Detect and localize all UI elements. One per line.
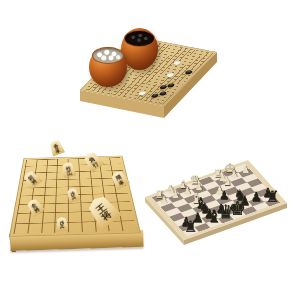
go-stone-white (166, 73, 175, 78)
chess-board (145, 160, 287, 240)
chess-piece-white-Q-d1: ♛ (189, 174, 200, 187)
chess-piece-white-N-f3: ♞ (221, 176, 232, 189)
chess-piece-white-P-d2: ♟ (195, 182, 204, 192)
go-stone-white (138, 91, 147, 96)
chess-piece-black-N-f6: ♞ (234, 188, 247, 203)
shogi-board (9, 156, 141, 237)
chess-piece-black-N-c6: ♞ (198, 201, 211, 216)
shogi-kanji: 兵 (71, 195, 77, 200)
shogi-piece-king: 王将 (84, 191, 123, 231)
shogi-kanji: 銀 (28, 174, 35, 181)
shogi-piece-knight: 桂馬 (60, 161, 76, 179)
board-games-illustration: 香車桂馬角行銀将飛車歩兵金将歩兵王将 ♜♞♝♛♜♚♟♟♟♟♟♟♟♞♝♟♝♟♞♞♟… (0, 0, 300, 300)
chess-piece-black-P-h7: ♟ (262, 187, 273, 200)
shogi-board-side-left (0, 0, 300, 300)
white-stones-in-bowl (93, 48, 123, 63)
shogi-piece-bishop: 角行 (81, 149, 104, 173)
go-board-group (0, 0, 300, 300)
chess-piece-black-R-a8: ♜ (184, 219, 198, 235)
shogi-kanji: 将 (100, 209, 113, 222)
shogi-piece-rook: 飛車 (109, 168, 130, 190)
shogi-kanji: 行 (91, 160, 99, 168)
black-stones-in-bowl (125, 31, 154, 46)
chess-piece-black-B-c5: ♝ (194, 196, 207, 211)
shogi-pieces: 香車桂馬角行銀将飛車歩兵金将歩兵王将 (0, 0, 300, 300)
shogi-board-front (10, 230, 143, 251)
go-stone-black (166, 83, 175, 88)
chess-piece-white-P-f2: ♟ (218, 173, 227, 183)
shogi-kanji: 歩 (70, 191, 76, 196)
chess-board-side-right (0, 0, 300, 300)
chess-piece-black-P-e5: ♟ (219, 191, 229, 203)
chess-piece-black-Q-d8: ♛ (217, 203, 234, 222)
go-board (80, 36, 217, 106)
chess-piece-white-K-g1: ♚ (224, 161, 236, 174)
shogi-piece-pawn: 歩兵 (65, 186, 81, 203)
chess-piece-black-P-f7: ♟ (239, 195, 250, 208)
go-stone-black (158, 91, 167, 96)
shogi-kanji: 香 (53, 143, 59, 149)
shogi-kanji: 将 (31, 178, 38, 185)
shogi-kanji: 桂 (65, 165, 71, 170)
go-stone-black (151, 93, 160, 98)
shogi-board-group: 香車桂馬角行銀将飛車歩兵金将歩兵王将 (0, 0, 300, 300)
chess-piece-white-R-a1: ♜ (155, 189, 164, 200)
shogi-piece-pawn: 歩兵 (56, 217, 69, 232)
shogi-kanji: 飛 (115, 175, 122, 182)
shogi-kanji: 将 (33, 207, 40, 214)
white-stone-bowl (89, 47, 127, 87)
shogi-kanji: 歩 (59, 221, 64, 225)
black-stone-bowl (121, 28, 158, 70)
chess-piece-white-B-c4: ♝ (190, 192, 202, 206)
chess-piece-black-P-a7: ♟ (180, 216, 191, 229)
chess-piece-white-P-b2: ♟ (171, 190, 180, 200)
chess-board-group: ♜♞♝♛♜♚♟♟♟♟♟♟♟♞♝♟♝♟♞♞♟♟♟♟♟♟♟♜♝♛♚♜ (0, 0, 300, 300)
chess-piece-white-P-c2: ♟ (183, 186, 192, 196)
chess-piece-white-B-c1: ♝ (178, 179, 188, 191)
chess-pieces: ♜♞♝♛♜♚♟♟♟♟♟♟♟♞♝♟♝♟♞♞♟♟♟♟♟♟♟♜♝♛♚♜ (0, 0, 300, 300)
go-board-side-left (0, 0, 300, 300)
chess-piece-white-P-e4: ♟ (215, 186, 225, 197)
shogi-kanji: 車 (55, 148, 61, 154)
chess-piece-black-P-c7: ♟ (204, 208, 215, 221)
chess-piece-black-P-d7: ♟ (215, 203, 226, 216)
shogi-piece-gold-general: 金将 (25, 196, 46, 217)
go-grid (84, 38, 213, 104)
shogi-kanji: 馬 (66, 170, 72, 175)
chess-piece-black-K-e8: ♚ (229, 199, 246, 218)
shogi-kanji: 角 (88, 156, 96, 164)
chess-piece-white-P-a2: ♟ (160, 194, 169, 204)
chess-piece-white-N-b1: ♞ (166, 184, 176, 195)
chess-board-side-left (0, 0, 300, 300)
shogi-kanji: 金 (31, 202, 38, 209)
shogi-piece-lance: 香車 (48, 138, 65, 157)
shogi-kanji: 王 (94, 202, 107, 215)
chess-piece-black-R-h8: ♜ (265, 189, 279, 205)
shogi-kanji: 兵 (60, 225, 65, 229)
shogi-grid (14, 157, 137, 233)
chess-piece-white-R-f1: ♜ (213, 168, 222, 179)
chess-piece-black-P-b7: ♟ (192, 212, 203, 225)
go-board-side-right (0, 0, 300, 300)
go-stone-white (172, 61, 181, 66)
shogi-piece-silver-general: 銀将 (21, 168, 42, 189)
chess-piece-black-P-g7: ♟ (251, 191, 262, 204)
chess-piece-white-P-g2: ♟ (230, 169, 239, 179)
chess-piece-black-B-c8: ♝ (206, 209, 221, 226)
shogi-kanji: 車 (118, 179, 125, 186)
go-stone-black (159, 85, 168, 90)
go-stone-black (184, 70, 193, 75)
chess-piece-white-P-h2: ♟ (242, 165, 251, 175)
